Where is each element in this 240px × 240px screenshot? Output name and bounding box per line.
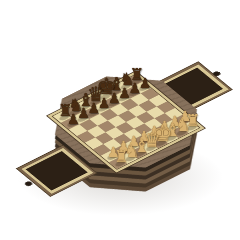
octagonal-chess-set-photo: ♜♞♝♛♚♝♞♜♟♟♟♟♟♟♟♟♟♟♟♟♟♟♟♟♜♞♝♛♚♝♞♜	[0, 0, 240, 240]
